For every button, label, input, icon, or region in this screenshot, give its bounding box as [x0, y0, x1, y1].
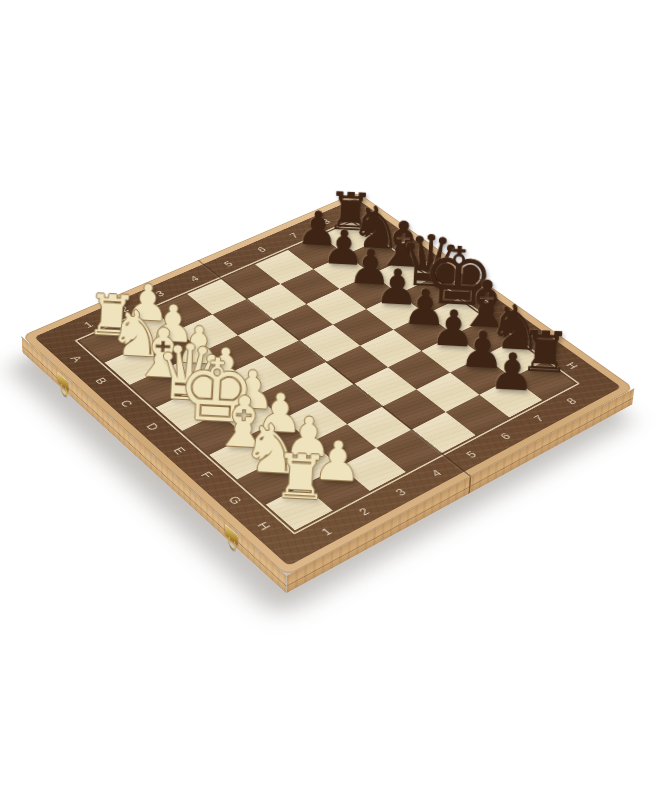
piece-white-rook[interactable]: ♜: [256, 445, 346, 510]
piece-black-pawn[interactable]: ♟: [470, 345, 554, 400]
product-photo: ABCDEFGH ABCDEFGH 12345678 12345678 ♜♞♝♛…: [0, 0, 660, 800]
scene: ABCDEFGH ABCDEFGH 12345678 12345678 ♜♞♝♛…: [0, 0, 660, 800]
chess-board: ABCDEFGH ABCDEFGH 12345678 12345678 ♜♞♝♛…: [21, 192, 634, 576]
